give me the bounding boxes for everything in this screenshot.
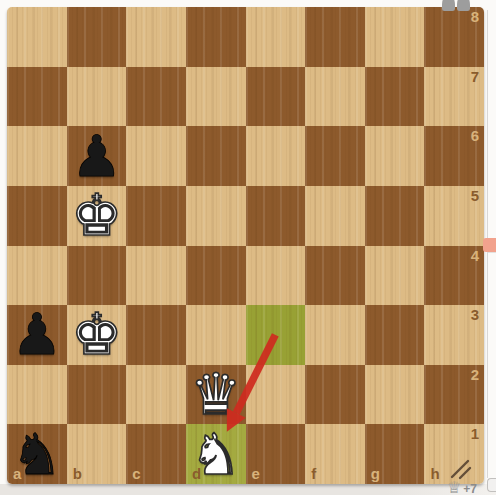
square-g8[interactable] <box>365 7 425 67</box>
square-b2[interactable] <box>67 365 127 425</box>
square-e2[interactable] <box>246 365 306 425</box>
square-b3[interactable]: ♚ <box>67 305 127 365</box>
rank-label-3: 3 <box>471 306 479 323</box>
material-diff: +7 <box>463 480 477 495</box>
square-c2[interactable] <box>126 365 186 425</box>
square-a2[interactable] <box>7 365 67 425</box>
white-queen[interactable]: ♛ <box>186 365 246 425</box>
square-d2[interactable]: ♛ <box>186 365 246 425</box>
black-pawn[interactable]: ♟ <box>67 126 127 186</box>
square-d3[interactable] <box>186 305 246 365</box>
square-h4[interactable]: 4 <box>424 246 484 306</box>
square-a8[interactable] <box>7 7 67 67</box>
square-g6[interactable] <box>365 126 425 186</box>
square-d6[interactable] <box>186 126 246 186</box>
square-f8[interactable] <box>305 7 365 67</box>
square-b6[interactable]: ♟ <box>67 126 127 186</box>
square-h7[interactable]: 7 <box>424 67 484 127</box>
file-label-h: h <box>430 465 439 482</box>
white-king[interactable]: ♚ <box>67 305 127 365</box>
file-label-a: a <box>13 465 21 482</box>
square-c6[interactable] <box>126 126 186 186</box>
square-h8[interactable]: 8 <box>424 7 484 67</box>
queen-crown-icon: ♕ <box>447 480 461 495</box>
black-pawn[interactable]: ♟ <box>7 305 67 365</box>
square-f3[interactable] <box>305 305 365 365</box>
square-f6[interactable] <box>305 126 365 186</box>
square-a4[interactable] <box>7 246 67 306</box>
file-label-d: d <box>192 465 201 482</box>
page-bottom-strip <box>0 484 496 495</box>
square-f1[interactable]: f <box>305 424 365 484</box>
chess-board: 87♟6♚54♟♚3♛2a♞bcd♞efg1h <box>7 7 484 484</box>
square-c5[interactable] <box>126 186 186 246</box>
material-count: ♕ +7 <box>447 480 477 495</box>
square-h1[interactable]: 1h <box>424 424 484 484</box>
person-icon <box>442 0 455 11</box>
square-g3[interactable] <box>365 305 425 365</box>
square-e3[interactable] <box>246 305 306 365</box>
scrollbar-thumb[interactable] <box>487 478 496 492</box>
square-c1[interactable]: c <box>126 424 186 484</box>
square-d4[interactable] <box>186 246 246 306</box>
file-label-f: f <box>311 465 316 482</box>
file-label-c: c <box>132 465 140 482</box>
file-label-g: g <box>371 465 380 482</box>
square-c3[interactable] <box>126 305 186 365</box>
square-d5[interactable] <box>186 186 246 246</box>
square-c8[interactable] <box>126 7 186 67</box>
square-b4[interactable] <box>67 246 127 306</box>
square-b8[interactable] <box>67 7 127 67</box>
square-c7[interactable] <box>126 67 186 127</box>
square-g4[interactable] <box>365 246 425 306</box>
spectators-icon <box>442 0 472 11</box>
square-e8[interactable] <box>246 7 306 67</box>
file-label-e: e <box>252 465 260 482</box>
square-a7[interactable] <box>7 67 67 127</box>
black-knight[interactable]: ♞ <box>7 424 67 484</box>
rank-label-6: 6 <box>471 127 479 144</box>
square-e5[interactable] <box>246 186 306 246</box>
white-king[interactable]: ♚ <box>67 186 127 246</box>
square-b7[interactable] <box>67 67 127 127</box>
square-a1[interactable]: a♞ <box>7 424 67 484</box>
square-h5[interactable]: 5 <box>424 186 484 246</box>
square-d8[interactable] <box>186 7 246 67</box>
white-knight[interactable]: ♞ <box>186 424 246 484</box>
rank-label-1: 1 <box>471 425 479 442</box>
square-h3[interactable]: 3 <box>424 305 484 365</box>
square-e7[interactable] <box>246 67 306 127</box>
square-f5[interactable] <box>305 186 365 246</box>
square-a6[interactable] <box>7 126 67 186</box>
square-g1[interactable]: g <box>365 424 425 484</box>
square-d1[interactable]: d♞ <box>186 424 246 484</box>
square-f4[interactable] <box>305 246 365 306</box>
board-grid: 87♟6♚54♟♚3♛2a♞bcd♞efg1h <box>7 7 484 484</box>
file-label-b: b <box>73 465 82 482</box>
square-e4[interactable] <box>246 246 306 306</box>
rank-label-5: 5 <box>471 187 479 204</box>
square-d7[interactable] <box>186 67 246 127</box>
rank-label-7: 7 <box>471 68 479 85</box>
square-g2[interactable] <box>365 365 425 425</box>
square-f2[interactable] <box>305 365 365 425</box>
square-a3[interactable]: ♟ <box>7 305 67 365</box>
rank-label-4: 4 <box>471 247 479 264</box>
square-h2[interactable]: 2 <box>424 365 484 425</box>
square-f7[interactable] <box>305 67 365 127</box>
square-g7[interactable] <box>365 67 425 127</box>
square-h6[interactable]: 6 <box>424 126 484 186</box>
square-b5[interactable]: ♚ <box>67 186 127 246</box>
square-e6[interactable] <box>246 126 306 186</box>
square-c4[interactable] <box>126 246 186 306</box>
panel-slider-handle[interactable] <box>483 238 496 252</box>
person-icon <box>457 0 470 11</box>
rank-label-2: 2 <box>471 366 479 383</box>
square-b1[interactable]: b <box>67 424 127 484</box>
square-e1[interactable]: e <box>246 424 306 484</box>
square-a5[interactable] <box>7 186 67 246</box>
square-g5[interactable] <box>365 186 425 246</box>
